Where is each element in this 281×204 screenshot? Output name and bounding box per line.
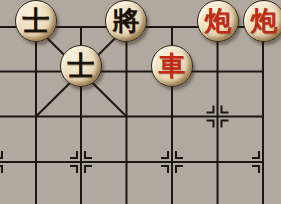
piece-red-cannon-h10[interactable]: 炮 bbox=[197, 0, 239, 42]
piece-black-advisor-e9[interactable]: 士 bbox=[60, 45, 102, 87]
piece-red-cannon-i10[interactable]: 炮 bbox=[243, 0, 281, 42]
piece-black-advisor-d10[interactable]: 士 bbox=[15, 0, 57, 42]
xiangqi-board[interactable]: 士 將 炮 炮 士 車 bbox=[0, 0, 281, 204]
piece-black-general-f10[interactable]: 將 bbox=[105, 0, 147, 42]
piece-red-chariot-g9[interactable]: 車 bbox=[151, 45, 193, 87]
